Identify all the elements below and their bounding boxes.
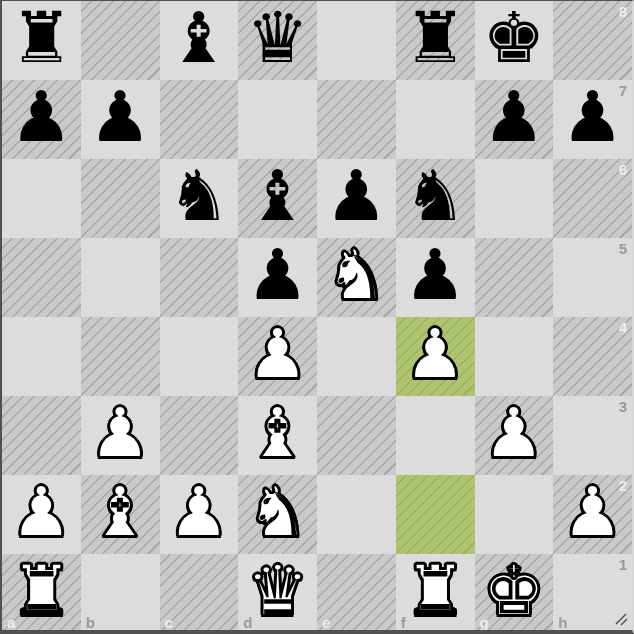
black-pawn[interactable]: ♟ (246, 236, 309, 315)
square-f5[interactable]: ♟ (396, 238, 475, 317)
white-bishop[interactable]: ♝ (89, 473, 152, 552)
file-label-h: h (558, 615, 567, 630)
file-label-e: e (322, 615, 330, 630)
square-f4[interactable]: ♟ (396, 317, 475, 396)
square-b6[interactable] (81, 159, 160, 238)
square-a5[interactable] (2, 238, 81, 317)
black-pawn[interactable]: ♟ (482, 78, 545, 157)
square-b5[interactable] (81, 238, 160, 317)
black-knight[interactable]: ♞ (404, 157, 467, 236)
square-h6[interactable]: 6 (553, 159, 632, 238)
square-g7[interactable]: ♟ (475, 80, 554, 159)
square-a6[interactable] (2, 159, 81, 238)
square-d7[interactable] (238, 80, 317, 159)
white-queen[interactable]: ♛ (246, 552, 309, 631)
white-pawn[interactable]: ♟ (10, 473, 73, 552)
white-bishop[interactable]: ♝ (246, 394, 309, 473)
white-pawn[interactable]: ♟ (167, 473, 230, 552)
black-pawn[interactable]: ♟ (404, 236, 467, 315)
square-a4[interactable] (2, 317, 81, 396)
square-g3[interactable]: ♟ (475, 396, 554, 475)
square-a8[interactable]: ♜ (2, 1, 81, 80)
square-e2[interactable] (317, 475, 396, 554)
square-h2[interactable]: ♟2 (553, 475, 632, 554)
black-pawn[interactable]: ♟ (89, 78, 152, 157)
black-knight[interactable]: ♞ (167, 157, 230, 236)
white-pawn[interactable]: ♟ (482, 394, 545, 473)
white-knight[interactable]: ♞ (325, 236, 388, 315)
square-e5[interactable]: ♞ (317, 238, 396, 317)
white-pawn[interactable]: ♟ (561, 473, 624, 552)
white-king[interactable]: ♚ (482, 552, 545, 631)
square-g2[interactable] (475, 475, 554, 554)
square-b3[interactable]: ♟ (81, 396, 160, 475)
square-e6[interactable]: ♟ (317, 159, 396, 238)
black-queen[interactable]: ♛ (246, 0, 309, 78)
square-g5[interactable] (475, 238, 554, 317)
file-label-c: c (165, 615, 173, 630)
square-g4[interactable] (475, 317, 554, 396)
square-f3[interactable] (396, 396, 475, 475)
white-pawn[interactable]: ♟ (404, 315, 467, 394)
square-h4[interactable]: 4 (553, 317, 632, 396)
square-d1[interactable]: ♛d (238, 554, 317, 633)
white-rook[interactable]: ♜ (404, 552, 467, 631)
square-d3[interactable]: ♝ (238, 396, 317, 475)
square-e4[interactable] (317, 317, 396, 396)
white-pawn[interactable]: ♟ (89, 394, 152, 473)
black-pawn[interactable]: ♟ (325, 157, 388, 236)
black-pawn[interactable]: ♟ (561, 78, 624, 157)
square-h7[interactable]: ♟7 (553, 80, 632, 159)
black-bishop[interactable]: ♝ (246, 157, 309, 236)
square-b4[interactable] (81, 317, 160, 396)
square-c7[interactable] (160, 80, 239, 159)
square-e3[interactable] (317, 396, 396, 475)
square-h8[interactable]: 8 (553, 1, 632, 80)
square-c8[interactable]: ♝ (160, 1, 239, 80)
rank-label-3: 3 (619, 399, 627, 414)
square-g1[interactable]: ♚g (475, 554, 554, 633)
file-label-b: b (86, 615, 95, 630)
rank-label-1: 1 (619, 557, 627, 572)
black-pawn[interactable]: ♟ (10, 78, 73, 157)
white-rook[interactable]: ♜ (10, 552, 73, 631)
board-resize-handle-icon[interactable] (612, 610, 630, 628)
rank-label-6: 6 (619, 162, 627, 177)
square-b1[interactable]: b (81, 554, 160, 633)
square-f7[interactable] (396, 80, 475, 159)
square-d5[interactable]: ♟ (238, 238, 317, 317)
square-c4[interactable] (160, 317, 239, 396)
square-e1[interactable]: e (317, 554, 396, 633)
square-c3[interactable] (160, 396, 239, 475)
white-pawn[interactable]: ♟ (246, 315, 309, 394)
square-d2[interactable]: ♞ (238, 475, 317, 554)
square-c6[interactable]: ♞ (160, 159, 239, 238)
rank-label-5: 5 (619, 241, 627, 256)
square-b7[interactable]: ♟ (81, 80, 160, 159)
square-e7[interactable] (317, 80, 396, 159)
square-h3[interactable]: 3 (553, 396, 632, 475)
square-h5[interactable]: 5 (553, 238, 632, 317)
square-f8[interactable]: ♜ (396, 1, 475, 80)
square-a3[interactable] (2, 396, 81, 475)
square-d4[interactable]: ♟ (238, 317, 317, 396)
white-knight[interactable]: ♞ (246, 473, 309, 552)
square-f2[interactable] (396, 475, 475, 554)
square-a7[interactable]: ♟ (2, 80, 81, 159)
square-c5[interactable] (160, 238, 239, 317)
square-c2[interactable]: ♟ (160, 475, 239, 554)
square-e8[interactable] (317, 1, 396, 80)
square-b2[interactable]: ♝ (81, 475, 160, 554)
black-bishop[interactable]: ♝ (167, 0, 230, 78)
chess-board: ♜♝♛♜♚8♟♟♟♟7♞♝♟♞6♟♞♟5♟♟4♟♝♟3♟♝♟♞♟2♜abc♛de… (0, 0, 634, 634)
square-d6[interactable]: ♝ (238, 159, 317, 238)
square-b8[interactable] (81, 1, 160, 80)
square-a1[interactable]: ♜a (2, 554, 81, 633)
black-king[interactable]: ♚ (482, 0, 545, 78)
rank-label-4: 4 (619, 320, 627, 335)
square-g6[interactable] (475, 159, 554, 238)
square-g8[interactable]: ♚ (475, 1, 554, 80)
rank-label-8: 8 (619, 4, 627, 19)
black-rook[interactable]: ♜ (10, 0, 73, 78)
square-a2[interactable]: ♟ (2, 475, 81, 554)
square-c1[interactable]: c (160, 554, 239, 633)
square-d8[interactable]: ♛ (238, 1, 317, 80)
square-f6[interactable]: ♞ (396, 159, 475, 238)
square-f1[interactable]: ♜f (396, 554, 475, 633)
black-rook[interactable]: ♜ (404, 0, 467, 78)
